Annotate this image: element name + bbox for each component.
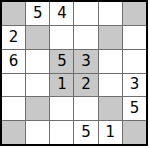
cell-r3c6[interactable]	[123, 50, 146, 73]
cell-r5c6: 5	[123, 97, 146, 120]
blocked-cell-r1c1	[2, 2, 25, 25]
cell-r6c5: 1	[99, 121, 122, 144]
cell-value: 2	[81, 77, 91, 92]
cell-r2c1: 2	[2, 26, 25, 49]
cell-r1c5[interactable]	[99, 2, 122, 25]
cell-value: 6	[9, 54, 19, 69]
blocked-cell-r6c6	[123, 121, 146, 144]
cell-r4c5[interactable]	[99, 74, 122, 97]
blocked-cell-r2c2	[26, 26, 49, 49]
cell-value: 2	[9, 30, 19, 45]
cell-r5c3[interactable]	[50, 97, 73, 120]
cell-r3c1: 6	[2, 50, 25, 73]
cell-r1c2: 5	[26, 2, 49, 25]
cell-r6c4: 5	[74, 121, 97, 144]
cell-value: 5	[57, 54, 67, 69]
cell-r5c4[interactable]	[74, 97, 97, 120]
cell-value: 3	[130, 77, 140, 92]
blocked-cell-r2c5	[99, 26, 122, 49]
cell-r5c1[interactable]	[2, 97, 25, 120]
cell-value: 5	[33, 6, 43, 21]
blocked-cell-r3c4: 3	[74, 50, 97, 73]
cell-r2c3[interactable]	[50, 26, 73, 49]
cell-r1c3: 4	[50, 2, 73, 25]
cell-r2c6[interactable]	[123, 26, 146, 49]
blocked-cell-r3c3: 5	[50, 50, 73, 73]
cell-value: 1	[57, 77, 67, 92]
cell-r2c4[interactable]	[74, 26, 97, 49]
cell-r6c2[interactable]	[26, 121, 49, 144]
blocked-cell-r5c2	[26, 97, 49, 120]
cell-r1c4[interactable]	[74, 2, 97, 25]
cell-r3c2[interactable]	[26, 50, 49, 73]
cell-value: 5	[130, 101, 140, 116]
cell-r6c3[interactable]	[50, 121, 73, 144]
cell-value: 4	[57, 6, 67, 21]
blocked-cell-r6c1	[2, 121, 25, 144]
cell-r4c1[interactable]	[2, 74, 25, 97]
blocked-cell-r5c5	[99, 97, 122, 120]
str8ts-board: 542653123551	[0, 0, 148, 146]
cell-r4c6: 3	[123, 74, 146, 97]
cell-value: 5	[81, 125, 91, 140]
cell-value: 1	[105, 125, 115, 140]
cell-r3c5[interactable]	[99, 50, 122, 73]
cell-value: 3	[81, 54, 91, 69]
blocked-cell-r4c4: 2	[74, 74, 97, 97]
blocked-cell-r4c3: 1	[50, 74, 73, 97]
blocked-cell-r1c6	[123, 2, 146, 25]
cell-r4c2[interactable]	[26, 74, 49, 97]
